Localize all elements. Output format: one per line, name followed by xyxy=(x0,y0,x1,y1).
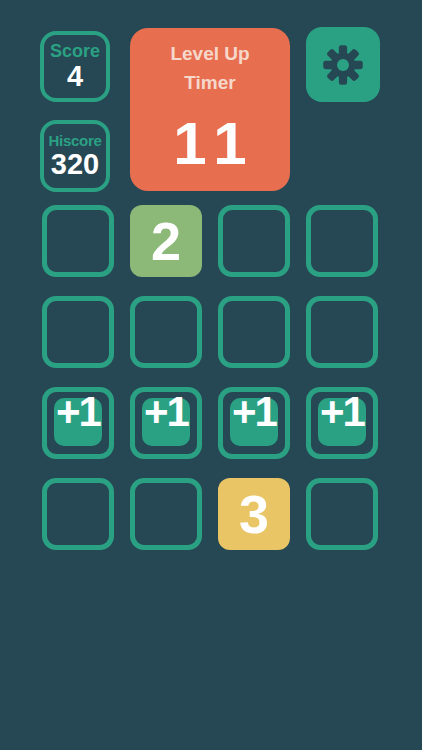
plus-one-tile[interactable]: +1 xyxy=(318,398,366,446)
board-cell: +1 xyxy=(42,387,114,459)
timer-value: 11 xyxy=(130,114,290,174)
plus-one-tile-label: +1 xyxy=(232,391,276,446)
board-cell xyxy=(306,296,378,368)
board: 2+1+1+1+13 xyxy=(42,205,378,550)
level-up-timer: Level Up Timer 11 xyxy=(130,28,290,191)
plus-one-tile[interactable]: +1 xyxy=(230,398,278,446)
board-cell xyxy=(218,296,290,368)
plus-one-tile-label: +1 xyxy=(320,391,364,446)
plus-one-tile[interactable]: +1 xyxy=(54,398,102,446)
number-tile-2[interactable]: 2 xyxy=(130,205,202,277)
hiscore-box: Hiscore 320 xyxy=(40,120,110,192)
score-box: Score 4 xyxy=(40,31,110,102)
board-cell: +1 xyxy=(218,387,290,459)
hiscore-label: Hiscore xyxy=(49,133,102,148)
number-tile-value: 3 xyxy=(239,487,269,541)
board-cell xyxy=(42,205,114,277)
plus-one-tile-label: +1 xyxy=(56,391,100,446)
hiscore-value: 320 xyxy=(51,150,99,179)
board-cell xyxy=(42,296,114,368)
board-cell xyxy=(42,478,114,550)
board-cell xyxy=(306,478,378,550)
gear-icon xyxy=(320,42,366,88)
board-cell: +1 xyxy=(130,387,202,459)
score-value: 4 xyxy=(67,62,83,91)
number-tile-3[interactable]: 3 xyxy=(218,478,290,550)
board-cell xyxy=(130,478,202,550)
score-label: Score xyxy=(50,42,100,60)
board-cell: +1 xyxy=(306,387,378,459)
settings-button[interactable] xyxy=(306,27,380,102)
board-cell xyxy=(218,205,290,277)
timer-label-line1: Level Up xyxy=(170,43,249,64)
timer-label: Level Up Timer xyxy=(130,40,290,97)
board-cell xyxy=(130,296,202,368)
timer-label-line2: Timer xyxy=(184,72,235,93)
number-tile-value: 2 xyxy=(151,214,181,268)
board-cell xyxy=(306,205,378,277)
plus-one-tile[interactable]: +1 xyxy=(142,398,190,446)
plus-one-tile-label: +1 xyxy=(144,391,188,446)
game-screen: Score 4 Hiscore 320 Level Up Timer 11 xyxy=(0,0,422,750)
